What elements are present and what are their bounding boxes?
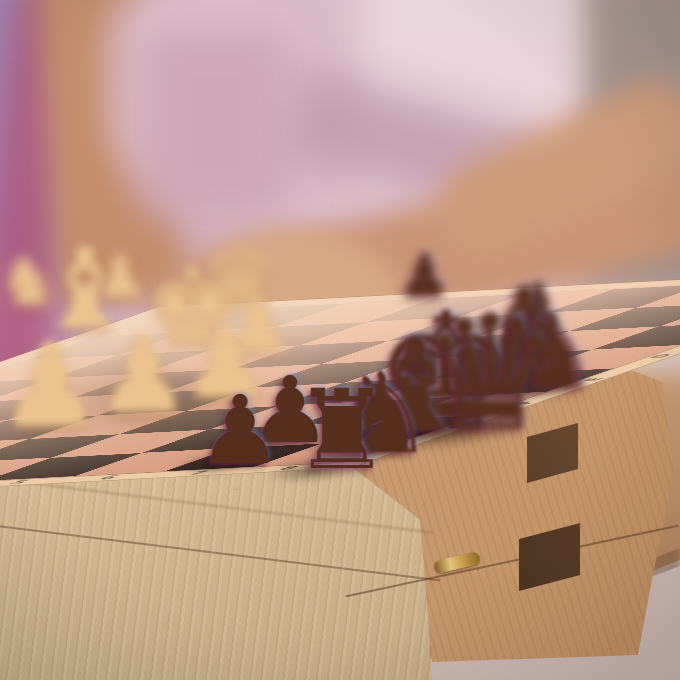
vignette bbox=[0, 0, 680, 680]
photo-chess-scene: ··· 12345678HGFEDCBA ♟♟♞♛♝♟♚♟♝♟♞♟♟♟♚♛♝♟♞… bbox=[0, 0, 680, 680]
